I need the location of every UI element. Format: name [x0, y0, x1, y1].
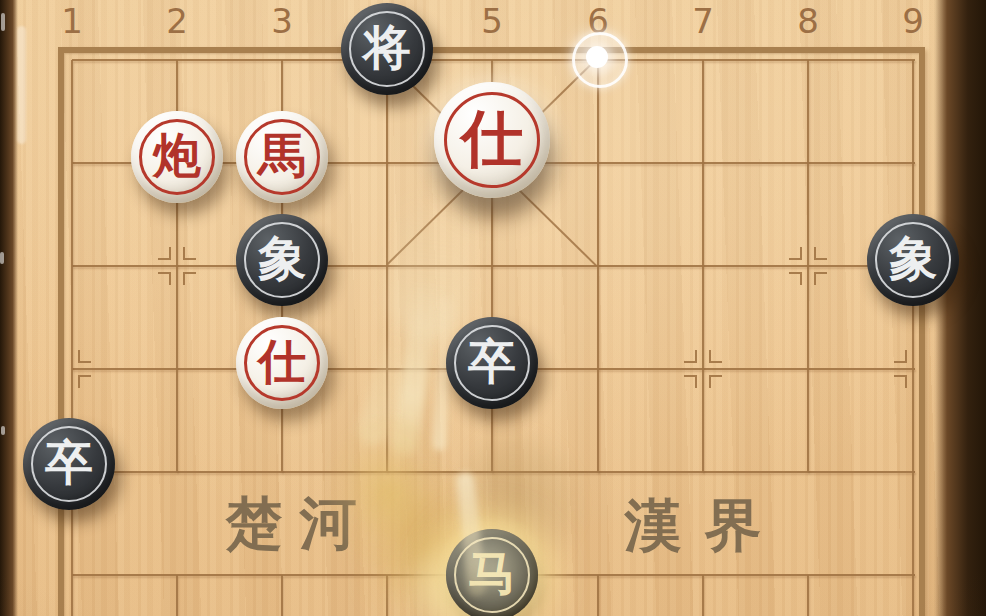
point-marker [709, 350, 722, 363]
column-label-7: 7 [681, 3, 725, 39]
piece-black-elephant-right[interactable]: 象 [867, 214, 959, 306]
edge-mark [0, 252, 4, 264]
edge-light-streak [17, 26, 26, 144]
piece-black-horse[interactable]: 马 [446, 529, 538, 616]
point-marker [789, 272, 802, 285]
piece-glyph: 将 [341, 3, 433, 95]
river-char-han: 漢 [625, 488, 682, 565]
piece-red-advisor-moving[interactable]: 仕 [434, 82, 550, 198]
point-marker [78, 350, 91, 363]
piece-glyph: 象 [867, 214, 959, 306]
column-label-9: 9 [891, 3, 935, 39]
board-frame-left [0, 0, 18, 616]
grid-line [702, 60, 704, 472]
point-marker [183, 272, 196, 285]
piece-red-advisor[interactable]: 仕 [236, 317, 328, 409]
piece-glyph: 仕 [434, 82, 550, 198]
piece-black-soldier-center[interactable]: 卒 [446, 317, 538, 409]
grid-line [912, 60, 914, 616]
column-label-2: 2 [155, 3, 199, 39]
piece-glyph: 炮 [131, 111, 223, 203]
column-label-8: 8 [786, 3, 830, 39]
piece-glyph: 象 [236, 214, 328, 306]
point-marker [158, 272, 171, 285]
piece-glyph: 仕 [236, 317, 328, 409]
column-label-1: 1 [50, 3, 94, 39]
piece-glyph: 马 [446, 529, 538, 616]
point-marker [684, 375, 697, 388]
grid-line [702, 575, 704, 616]
column-label-3: 3 [260, 3, 304, 39]
point-marker [183, 247, 196, 260]
point-marker [814, 272, 827, 285]
point-marker [894, 350, 907, 363]
piece-glyph: 馬 [236, 111, 328, 203]
river-char-chu: 楚 [226, 486, 283, 563]
river-char-jie: 界 [705, 488, 762, 565]
grid-line [72, 59, 915, 61]
grid-line [807, 575, 809, 616]
piece-red-horse[interactable]: 馬 [236, 111, 328, 203]
river-char-he: 河 [300, 486, 357, 563]
point-marker [789, 247, 802, 260]
board-frame-right [934, 0, 986, 616]
column-label-5: 5 [470, 3, 514, 39]
piece-red-cannon[interactable]: 炮 [131, 111, 223, 203]
point-marker [814, 247, 827, 260]
edge-mark [1, 13, 5, 31]
move-highlight-dot [586, 46, 608, 68]
edge-mark [1, 426, 5, 435]
grid-line [807, 60, 809, 472]
grid-line [597, 60, 599, 472]
piece-black-elephant-left[interactable]: 象 [236, 214, 328, 306]
point-marker [709, 375, 722, 388]
grid-line [597, 575, 599, 616]
grid-line [72, 265, 915, 267]
grid-line [386, 60, 388, 472]
xiangqi-board[interactable]: 123456789 楚 河 漢 界 将仕炮馬象象仕卒卒马 [0, 0, 986, 616]
point-marker [158, 247, 171, 260]
grid-line [72, 471, 915, 473]
grid-line [71, 60, 73, 616]
piece-black-soldier-left[interactable]: 卒 [23, 418, 115, 510]
point-marker [78, 375, 91, 388]
piece-glyph: 卒 [23, 418, 115, 510]
grid-line [176, 575, 178, 616]
piece-glyph: 卒 [446, 317, 538, 409]
piece-black-general[interactable]: 将 [341, 3, 433, 95]
point-marker [894, 375, 907, 388]
point-marker [684, 350, 697, 363]
grid-line [281, 575, 283, 616]
grid-line [386, 575, 388, 616]
